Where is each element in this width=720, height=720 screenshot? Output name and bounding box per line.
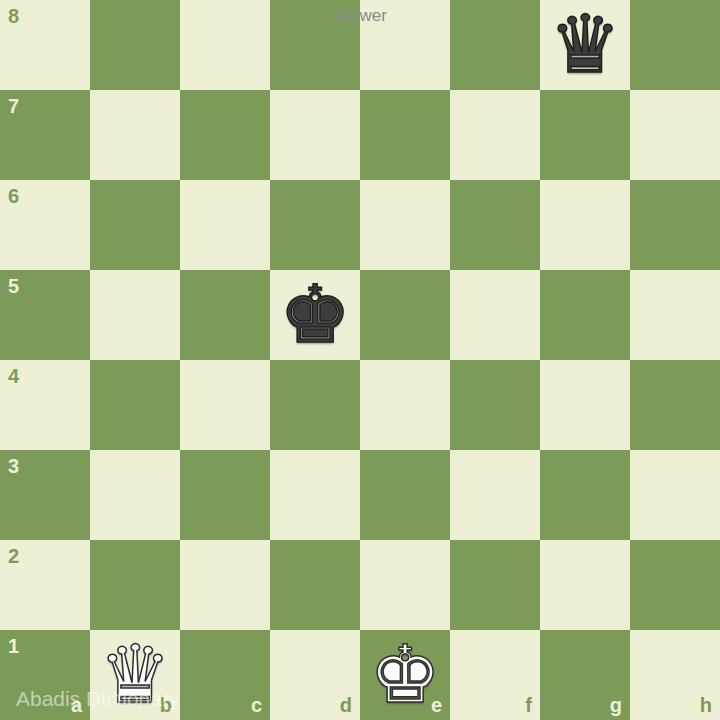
chess-board: 8♛765♚4321ab♛cde♚fgh — [0, 0, 720, 720]
square-c7[interactable] — [180, 90, 270, 180]
black-queen[interactable]: ♛ — [549, 0, 621, 90]
square-c8[interactable] — [180, 0, 270, 90]
rank-label-3: 3 — [8, 456, 19, 476]
square-e1[interactable]: e♚ — [360, 630, 450, 720]
square-d7[interactable] — [270, 90, 360, 180]
square-d2[interactable] — [270, 540, 360, 630]
square-b8[interactable] — [90, 0, 180, 90]
rank-label-6: 6 — [8, 186, 19, 206]
file-label-f: f — [525, 695, 532, 715]
square-g1[interactable]: g — [540, 630, 630, 720]
square-g3[interactable] — [540, 450, 630, 540]
square-a7[interactable]: 7 — [0, 90, 90, 180]
square-d4[interactable] — [270, 360, 360, 450]
square-g8[interactable]: ♛ — [540, 0, 630, 90]
square-b3[interactable] — [90, 450, 180, 540]
square-e4[interactable] — [360, 360, 450, 450]
square-g2[interactable] — [540, 540, 630, 630]
square-d6[interactable] — [270, 180, 360, 270]
file-label-d: d — [340, 695, 352, 715]
square-g4[interactable] — [540, 360, 630, 450]
file-label-a: a — [71, 695, 82, 715]
square-a6[interactable]: 6 — [0, 180, 90, 270]
square-b6[interactable] — [90, 180, 180, 270]
square-h5[interactable] — [630, 270, 720, 360]
square-f7[interactable] — [450, 90, 540, 180]
square-g5[interactable] — [540, 270, 630, 360]
square-c6[interactable] — [180, 180, 270, 270]
square-h8[interactable] — [630, 0, 720, 90]
square-d8[interactable] — [270, 0, 360, 90]
file-label-g: g — [610, 695, 622, 715]
square-a4[interactable]: 4 — [0, 360, 90, 450]
black-king[interactable]: ♚ — [279, 270, 351, 360]
square-b7[interactable] — [90, 90, 180, 180]
rank-label-7: 7 — [8, 96, 19, 116]
square-e8[interactable] — [360, 0, 450, 90]
square-c1[interactable]: c — [180, 630, 270, 720]
square-f6[interactable] — [450, 180, 540, 270]
chess-board-wrapper: 8♛765♚4321ab♛cde♚fgh skewer Abadis Dicti… — [0, 0, 720, 720]
square-e6[interactable] — [360, 180, 450, 270]
square-b1[interactable]: b♛ — [90, 630, 180, 720]
square-f4[interactable] — [450, 360, 540, 450]
square-a5[interactable]: 5 — [0, 270, 90, 360]
square-a3[interactable]: 3 — [0, 450, 90, 540]
square-d3[interactable] — [270, 450, 360, 540]
square-h6[interactable] — [630, 180, 720, 270]
square-h2[interactable] — [630, 540, 720, 630]
square-f5[interactable] — [450, 270, 540, 360]
square-d1[interactable]: d — [270, 630, 360, 720]
square-a1[interactable]: 1a — [0, 630, 90, 720]
square-a8[interactable]: 8 — [0, 0, 90, 90]
square-b5[interactable] — [90, 270, 180, 360]
white-king[interactable]: ♚ — [369, 630, 441, 720]
rank-label-4: 4 — [8, 366, 19, 386]
square-e2[interactable] — [360, 540, 450, 630]
square-d5[interactable]: ♚ — [270, 270, 360, 360]
square-f3[interactable] — [450, 450, 540, 540]
rank-label-1: 1 — [8, 636, 19, 656]
square-f1[interactable]: f — [450, 630, 540, 720]
square-e3[interactable] — [360, 450, 450, 540]
square-c5[interactable] — [180, 270, 270, 360]
file-label-h: h — [700, 695, 712, 715]
file-label-c: c — [251, 695, 262, 715]
square-g7[interactable] — [540, 90, 630, 180]
rank-label-8: 8 — [8, 6, 19, 26]
square-h3[interactable] — [630, 450, 720, 540]
square-f8[interactable] — [450, 0, 540, 90]
square-g6[interactable] — [540, 180, 630, 270]
square-c2[interactable] — [180, 540, 270, 630]
white-queen[interactable]: ♛ — [99, 630, 171, 720]
square-h1[interactable]: h — [630, 630, 720, 720]
rank-label-5: 5 — [8, 276, 19, 296]
square-b2[interactable] — [90, 540, 180, 630]
square-c4[interactable] — [180, 360, 270, 450]
square-c3[interactable] — [180, 450, 270, 540]
rank-label-2: 2 — [8, 546, 19, 566]
square-e5[interactable] — [360, 270, 450, 360]
square-a2[interactable]: 2 — [0, 540, 90, 630]
square-e7[interactable] — [360, 90, 450, 180]
square-h7[interactable] — [630, 90, 720, 180]
square-f2[interactable] — [450, 540, 540, 630]
square-b4[interactable] — [90, 360, 180, 450]
square-h4[interactable] — [630, 360, 720, 450]
